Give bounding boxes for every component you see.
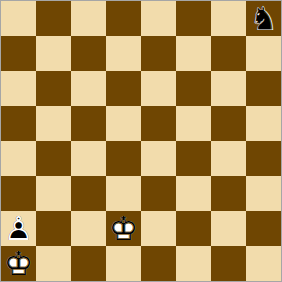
chess-board: ♞♘♟♙♚♔♚♔ (1, 1, 281, 281)
square-f1[interactable] (176, 246, 211, 281)
piece-white-king[interactable]: ♚♔ (1, 246, 36, 281)
square-f4[interactable] (176, 141, 211, 176)
square-b2[interactable] (36, 211, 71, 246)
square-h5[interactable] (246, 106, 281, 141)
square-e1[interactable] (141, 246, 176, 281)
square-h3[interactable] (246, 176, 281, 211)
square-g8[interactable] (211, 1, 246, 36)
square-b4[interactable] (36, 141, 71, 176)
black-knight-outline-icon: ♘ (246, 1, 281, 36)
square-b7[interactable] (36, 36, 71, 71)
white-king-outline-icon: ♔ (1, 246, 36, 281)
square-a8[interactable] (1, 1, 36, 36)
square-d7[interactable] (106, 36, 141, 71)
square-b8[interactable] (36, 1, 71, 36)
square-h4[interactable] (246, 141, 281, 176)
square-c4[interactable] (71, 141, 106, 176)
square-c2[interactable] (71, 211, 106, 246)
square-a1[interactable]: ♚♔ (1, 246, 36, 281)
square-b6[interactable] (36, 71, 71, 106)
square-a7[interactable] (1, 36, 36, 71)
square-e4[interactable] (141, 141, 176, 176)
square-e7[interactable] (141, 36, 176, 71)
square-f7[interactable] (176, 36, 211, 71)
piece-black-knight[interactable]: ♞♘ (246, 1, 281, 36)
square-d2[interactable]: ♚♔ (106, 211, 141, 246)
square-e6[interactable] (141, 71, 176, 106)
square-c7[interactable] (71, 36, 106, 71)
piece-white-king[interactable]: ♚♔ (106, 211, 141, 246)
square-h8[interactable]: ♞♘ (246, 1, 281, 36)
square-g7[interactable] (211, 36, 246, 71)
square-d6[interactable] (106, 71, 141, 106)
square-b1[interactable] (36, 246, 71, 281)
square-b5[interactable] (36, 106, 71, 141)
square-g3[interactable] (211, 176, 246, 211)
piece-black-pawn[interactable]: ♟♙ (1, 211, 36, 246)
square-a4[interactable] (1, 141, 36, 176)
square-a3[interactable] (1, 176, 36, 211)
square-f6[interactable] (176, 71, 211, 106)
square-e3[interactable] (141, 176, 176, 211)
square-b3[interactable] (36, 176, 71, 211)
chess-board-frame: ♞♘♟♙♚♔♚♔ (0, 0, 282, 282)
square-e8[interactable] (141, 1, 176, 36)
square-e5[interactable] (141, 106, 176, 141)
square-a2[interactable]: ♟♙ (1, 211, 36, 246)
square-a6[interactable] (1, 71, 36, 106)
square-c6[interactable] (71, 71, 106, 106)
square-d3[interactable] (106, 176, 141, 211)
square-f3[interactable] (176, 176, 211, 211)
square-c5[interactable] (71, 106, 106, 141)
square-h7[interactable] (246, 36, 281, 71)
square-g2[interactable] (211, 211, 246, 246)
square-d5[interactable] (106, 106, 141, 141)
square-h2[interactable] (246, 211, 281, 246)
square-h6[interactable] (246, 71, 281, 106)
square-g1[interactable] (211, 246, 246, 281)
square-e2[interactable] (141, 211, 176, 246)
square-h1[interactable] (246, 246, 281, 281)
square-c1[interactable] (71, 246, 106, 281)
square-a5[interactable] (1, 106, 36, 141)
square-g5[interactable] (211, 106, 246, 141)
square-c3[interactable] (71, 176, 106, 211)
square-d1[interactable] (106, 246, 141, 281)
square-d8[interactable] (106, 1, 141, 36)
black-pawn-outline-icon: ♙ (1, 211, 36, 246)
square-c8[interactable] (71, 1, 106, 36)
square-g4[interactable] (211, 141, 246, 176)
square-d4[interactable] (106, 141, 141, 176)
square-f2[interactable] (176, 211, 211, 246)
square-g6[interactable] (211, 71, 246, 106)
square-f5[interactable] (176, 106, 211, 141)
square-f8[interactable] (176, 1, 211, 36)
white-king-outline-icon: ♔ (106, 211, 141, 246)
